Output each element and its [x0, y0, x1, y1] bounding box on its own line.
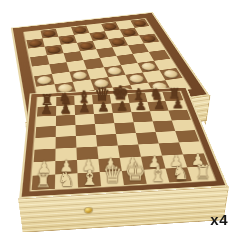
- chess-box: ♜♞♝♛♚♝♞♜♟♟♟♟♟♟♟♟♟♟♟♟♟♟♟♟♜♞♝♛♚♝♞♜: [19, 87, 228, 199]
- chess-piece: ♞: [169, 159, 192, 182]
- chess-piece: ♜: [192, 158, 215, 181]
- chess-piece: ♝: [147, 160, 170, 183]
- chess-piece: ♞: [55, 165, 78, 188]
- chess-piece: ♜: [32, 166, 55, 189]
- chess-set: ♜♞♝♛♚♝♞♜♟♟♟♟♟♟♟♟♟♟♟♟♟♟♟♟♜♞♝♛♚♝♞♜: [0, 0, 232, 232]
- drawer-knob: [85, 208, 92, 214]
- product-photo: ♜♞♝♛♚♝♞♜♟♟♟♟♟♟♟♟♟♟♟♟♟♟♟♟♜♞♝♛♚♝♞♜ x4: [0, 0, 232, 232]
- chess-piece: ♝: [78, 164, 101, 187]
- chess-piece: ♛: [101, 163, 124, 186]
- quantity-label: x4: [210, 211, 228, 228]
- chess-piece: ♚: [124, 161, 147, 184]
